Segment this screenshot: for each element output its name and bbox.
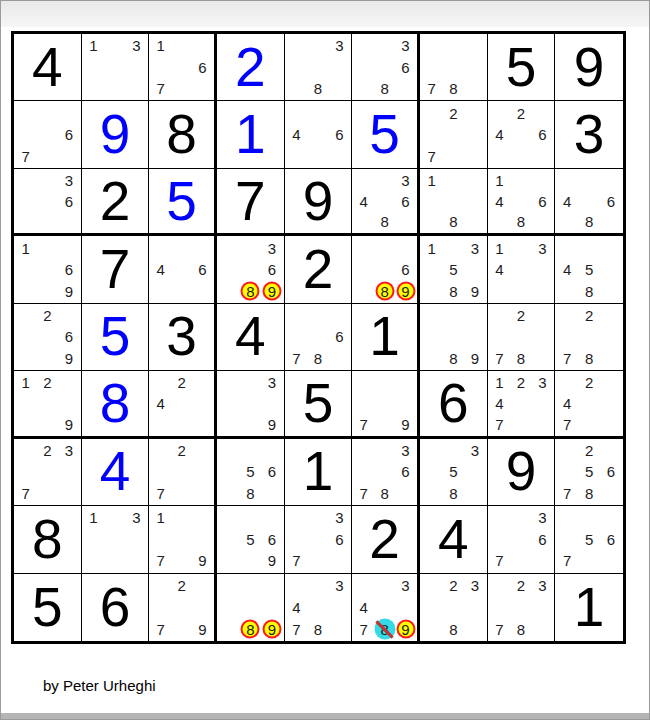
empty-mark-slot xyxy=(443,237,465,258)
cell-r4c6[interactable]: 689 xyxy=(352,236,420,303)
pencil-marks: 167 xyxy=(150,35,213,99)
cell-r9c5[interactable]: 3478 xyxy=(285,574,353,641)
candidate-digit: 6 xyxy=(607,531,615,548)
empty-mark-slot xyxy=(510,124,532,145)
candidate-digit: 8 xyxy=(314,80,322,97)
candidate-4: 4 xyxy=(489,259,511,280)
empty-mark-slot xyxy=(192,393,213,414)
empty-mark-slot xyxy=(600,280,622,301)
candidate-3: 3 xyxy=(395,170,416,191)
empty-mark-slot xyxy=(15,102,37,123)
candidate-digit: 2 xyxy=(517,577,525,594)
candidate-6: 6 xyxy=(261,259,283,280)
candidate-4: 4 xyxy=(150,259,171,280)
empty-mark-slot xyxy=(421,575,443,597)
candidate-7: 7 xyxy=(286,618,308,640)
empty-mark-slot xyxy=(443,170,465,191)
cell-r4c7[interactable]: 13589 xyxy=(420,236,488,303)
candidate-digit: 4 xyxy=(495,126,503,143)
cell-r6c3[interactable]: 24 xyxy=(149,371,217,438)
candidate-6: 6 xyxy=(329,124,351,145)
empty-mark-slot xyxy=(421,305,443,326)
empty-mark-slot xyxy=(171,259,192,280)
empty-mark-slot xyxy=(556,326,578,347)
cell-r6c9[interactable]: 247 xyxy=(555,371,623,438)
empty-mark-slot xyxy=(532,305,554,326)
cell-r3c9[interactable]: 468 xyxy=(555,169,623,236)
cell-r9c3[interactable]: 279 xyxy=(149,574,217,641)
pencil-marks: 3468 xyxy=(353,170,416,232)
empty-mark-slot xyxy=(286,575,308,597)
cell-r5c3[interactable]: 3 xyxy=(149,304,217,371)
empty-mark-slot xyxy=(374,191,395,212)
candidate-8: 8 xyxy=(443,212,465,233)
cell-r5c2[interactable]: 5 xyxy=(82,304,150,371)
empty-mark-slot xyxy=(353,259,374,280)
given-digit: 1 xyxy=(574,580,605,635)
empty-mark-slot xyxy=(192,78,213,99)
candidate-8: 8 xyxy=(510,212,532,233)
empty-mark-slot xyxy=(556,237,578,258)
cell-r1c4[interactable]: 2 xyxy=(217,34,285,101)
candidate-digit: 4 xyxy=(495,261,503,278)
bottom-chrome-bar xyxy=(1,713,649,719)
empty-mark-slot xyxy=(83,550,105,571)
cell-r6c4[interactable]: 39 xyxy=(217,371,285,438)
candidate-digit: 4 xyxy=(563,193,571,210)
candidate-7: 7 xyxy=(556,550,578,571)
candidate-7: 7 xyxy=(150,618,171,640)
cell-r1c3[interactable]: 167 xyxy=(149,34,217,101)
candidate-6: 6 xyxy=(600,461,622,482)
empty-mark-slot xyxy=(171,529,192,550)
cell-r2c7[interactable]: 27 xyxy=(420,101,488,168)
empty-mark-slot xyxy=(171,393,192,414)
cell-r2c8[interactable]: 246 xyxy=(488,101,556,168)
candidate-8: 8 xyxy=(240,483,262,504)
candidate-digit: 6 xyxy=(335,126,343,143)
empty-mark-slot xyxy=(600,170,622,191)
candidate-digit: 9 xyxy=(471,283,479,300)
empty-mark-slot xyxy=(464,326,486,347)
empty-mark-slot xyxy=(192,372,213,393)
candidate-digit: 6 xyxy=(335,328,343,345)
candidate-digit: 3 xyxy=(335,37,343,54)
empty-mark-slot xyxy=(353,461,374,482)
candidate-6: 6 xyxy=(192,56,213,77)
candidate-digit: 8 xyxy=(380,283,388,300)
empty-mark-slot xyxy=(353,56,374,77)
candidate-digit: 6 xyxy=(538,126,546,143)
solved-digit: 5 xyxy=(100,309,131,364)
candidate-8: 8 xyxy=(443,280,465,301)
candidate-digit: 4 xyxy=(360,193,368,210)
empty-mark-slot xyxy=(600,440,622,461)
cell-r5c7[interactable]: 89 xyxy=(420,304,488,371)
author-credit: by Peter Urheghi xyxy=(43,677,156,694)
cell-r2c1[interactable]: 67 xyxy=(14,101,82,168)
cell-r3c7[interactable]: 18 xyxy=(420,169,488,236)
empty-mark-slot xyxy=(192,596,213,618)
candidate-6: 6 xyxy=(58,124,80,145)
candidate-digit: 2 xyxy=(43,374,51,391)
cell-r9c6[interactable]: 34789 xyxy=(352,574,420,641)
empty-mark-slot xyxy=(192,529,213,550)
empty-mark-slot xyxy=(510,414,532,435)
empty-mark-slot xyxy=(150,237,171,258)
candidate-digit: 1 xyxy=(428,240,436,257)
candidate-digit: 7 xyxy=(360,621,368,638)
candidate-digit: 1 xyxy=(22,374,30,391)
empty-mark-slot xyxy=(218,483,240,504)
cell-r1c7[interactable]: 78 xyxy=(420,34,488,101)
empty-mark-slot xyxy=(15,305,37,326)
empty-mark-slot xyxy=(578,414,600,435)
cell-r3c5[interactable]: 9 xyxy=(285,169,353,236)
empty-mark-slot xyxy=(443,35,465,56)
empty-mark-slot xyxy=(421,102,443,123)
cell-r5c6[interactable]: 1 xyxy=(352,304,420,371)
candidate-2: 2 xyxy=(578,372,600,393)
empty-mark-slot xyxy=(353,575,374,597)
empty-mark-slot xyxy=(261,575,283,597)
candidate-digit: 9 xyxy=(65,350,73,367)
cell-r7c4[interactable]: 568 xyxy=(217,439,285,506)
cell-r8c6[interactable]: 2 xyxy=(352,506,420,573)
candidate-digit: 3 xyxy=(65,442,73,459)
candidate-digit: 8 xyxy=(246,485,254,502)
empty-mark-slot xyxy=(532,414,554,435)
candidate-5: 5 xyxy=(578,461,600,482)
candidate-7: 7 xyxy=(421,145,443,166)
candidate-7: 7 xyxy=(556,483,578,504)
candidate-7: 7 xyxy=(353,618,374,640)
empty-mark-slot xyxy=(218,461,240,482)
pencil-marks: 279 xyxy=(150,575,213,640)
cell-r2c3[interactable]: 8 xyxy=(149,101,217,168)
cell-r1c1[interactable]: 4 xyxy=(14,34,82,101)
candidate-digit: 1 xyxy=(89,37,97,54)
cell-r5c4[interactable]: 4 xyxy=(217,304,285,371)
candidate-digit: 7 xyxy=(22,148,30,165)
candidate-digit: 9 xyxy=(268,416,276,433)
candidate-6: 6 xyxy=(329,529,351,550)
empty-mark-slot xyxy=(556,212,578,233)
empty-mark-slot xyxy=(240,550,262,571)
cell-r7c2[interactable]: 4 xyxy=(82,439,150,506)
empty-mark-slot xyxy=(58,393,80,414)
empty-mark-slot xyxy=(261,393,283,414)
candidate-8: 8 xyxy=(578,280,600,301)
cell-r2c9[interactable]: 3 xyxy=(555,101,623,168)
empty-mark-slot xyxy=(464,596,486,618)
empty-mark-slot xyxy=(510,393,532,414)
candidate-digit: 9 xyxy=(401,416,409,433)
candidate-digit: 2 xyxy=(177,374,185,391)
cell-r9c2[interactable]: 6 xyxy=(82,574,150,641)
empty-mark-slot xyxy=(171,414,192,435)
candidate-digit: 7 xyxy=(495,350,503,367)
empty-mark-slot xyxy=(421,212,443,233)
candidate-8: 8 xyxy=(443,483,465,504)
candidate-digit: 3 xyxy=(335,509,343,526)
empty-mark-slot xyxy=(443,145,465,166)
empty-mark-slot xyxy=(261,596,283,618)
candidate-digit: 8 xyxy=(517,213,525,230)
empty-mark-slot xyxy=(329,550,351,571)
empty-mark-slot xyxy=(104,78,126,99)
candidate-digit: 6 xyxy=(268,531,276,548)
candidate-digit: 7 xyxy=(563,350,571,367)
empty-mark-slot xyxy=(464,35,486,56)
candidate-digit: 2 xyxy=(585,374,593,391)
cell-r5c5[interactable]: 678 xyxy=(285,304,353,371)
cell-r8c9[interactable]: 567 xyxy=(555,506,623,573)
pencil-marks: 12347 xyxy=(489,372,554,434)
empty-mark-slot xyxy=(421,35,443,56)
candidate-9: 9 xyxy=(192,550,213,571)
empty-mark-slot xyxy=(532,212,554,233)
empty-mark-slot xyxy=(510,596,532,618)
empty-mark-slot xyxy=(556,529,578,550)
pencil-marks: 237 xyxy=(15,440,80,504)
empty-mark-slot xyxy=(37,145,59,166)
empty-mark-slot xyxy=(37,237,59,258)
empty-mark-slot xyxy=(307,575,329,597)
candidate-7: 7 xyxy=(150,550,171,571)
empty-mark-slot xyxy=(15,440,37,461)
candidate-6: 6 xyxy=(395,191,416,212)
empty-mark-slot xyxy=(150,280,171,301)
pencil-marks: 89 xyxy=(421,305,486,369)
pencil-marks: 2378 xyxy=(489,575,554,640)
empty-mark-slot xyxy=(218,550,240,571)
empty-mark-slot xyxy=(578,191,600,212)
candidate-7: 7 xyxy=(353,414,374,435)
candidate-9: 9 xyxy=(261,550,283,571)
cell-r3c3[interactable]: 5 xyxy=(149,169,217,236)
cell-r7c7[interactable]: 358 xyxy=(420,439,488,506)
cell-r4c2[interactable]: 7 xyxy=(82,236,150,303)
cell-r8c1[interactable]: 8 xyxy=(14,506,82,573)
empty-mark-slot xyxy=(171,596,192,618)
empty-mark-slot xyxy=(37,393,59,414)
cell-r6c7[interactable]: 6 xyxy=(420,371,488,438)
candidate-2: 2 xyxy=(443,102,465,123)
cell-r6c1[interactable]: 129 xyxy=(14,371,82,438)
candidate-4: 4 xyxy=(556,191,578,212)
candidate-digit: 7 xyxy=(157,552,165,569)
cell-r2c2[interactable]: 9 xyxy=(82,101,150,168)
candidate-5: 5 xyxy=(578,259,600,280)
empty-mark-slot xyxy=(192,414,213,435)
empty-mark-slot xyxy=(15,170,37,191)
candidate-2: 2 xyxy=(510,575,532,597)
empty-mark-slot xyxy=(286,102,308,123)
cell-r5c1[interactable]: 269 xyxy=(14,304,82,371)
candidate-digit: 4 xyxy=(292,126,300,143)
empty-mark-slot xyxy=(104,529,126,550)
cell-r2c6[interactable]: 5 xyxy=(352,101,420,168)
empty-mark-slot xyxy=(421,348,443,369)
cell-r9c1[interactable]: 5 xyxy=(14,574,82,641)
candidate-digit: 2 xyxy=(43,307,51,324)
empty-mark-slot xyxy=(353,237,374,258)
candidate-8: 8 xyxy=(443,618,465,640)
cell-r2c5[interactable]: 46 xyxy=(285,101,353,168)
candidate-digit: 6 xyxy=(401,59,409,76)
empty-mark-slot xyxy=(37,212,59,233)
cell-r4c9[interactable]: 458 xyxy=(555,236,623,303)
cell-r4c3[interactable]: 46 xyxy=(149,236,217,303)
empty-mark-slot xyxy=(578,507,600,528)
empty-mark-slot xyxy=(600,414,622,435)
given-digit: 2 xyxy=(369,512,400,567)
pencil-marks: 46 xyxy=(286,102,351,166)
pencil-marks: 179 xyxy=(150,507,213,571)
empty-mark-slot xyxy=(464,124,486,145)
candidate-digit: 7 xyxy=(495,552,503,569)
cell-r5c9[interactable]: 278 xyxy=(555,304,623,371)
top-chrome-bar xyxy=(1,1,649,27)
candidate-digit: 1 xyxy=(495,172,503,189)
empty-mark-slot xyxy=(171,461,192,482)
cell-r8c4[interactable]: 569 xyxy=(217,506,285,573)
empty-mark-slot xyxy=(443,596,465,618)
cell-r7c8[interactable]: 9 xyxy=(488,439,556,506)
candidate-digit: 8 xyxy=(517,350,525,367)
cell-r3c4[interactable]: 7 xyxy=(217,169,285,236)
cell-r6c6[interactable]: 79 xyxy=(352,371,420,438)
cell-r1c5[interactable]: 38 xyxy=(285,34,353,101)
cell-r7c6[interactable]: 3678 xyxy=(352,439,420,506)
cell-r4c8[interactable]: 134 xyxy=(488,236,556,303)
cell-r1c6[interactable]: 368 xyxy=(352,34,420,101)
cell-r2c4[interactable]: 1 xyxy=(217,101,285,168)
cell-r9c8[interactable]: 2378 xyxy=(488,574,556,641)
candidate-3: 3 xyxy=(532,507,554,528)
empty-mark-slot xyxy=(286,326,308,347)
cell-r8c5[interactable]: 367 xyxy=(285,506,353,573)
cell-r8c8[interactable]: 367 xyxy=(488,506,556,573)
cell-r9c4[interactable]: 89 xyxy=(217,574,285,641)
candidate-digit: 5 xyxy=(246,531,254,548)
solved-digit: 9 xyxy=(100,107,131,162)
empty-mark-slot xyxy=(58,461,80,482)
cell-r7c9[interactable]: 25678 xyxy=(555,439,623,506)
candidate-digit: 6 xyxy=(401,193,409,210)
cell-r4c1[interactable]: 169 xyxy=(14,236,82,303)
given-digit: 5 xyxy=(303,376,334,431)
empty-mark-slot xyxy=(600,237,622,258)
candidate-9: 9 xyxy=(58,414,80,435)
given-digit: 7 xyxy=(100,242,131,297)
cell-r1c2[interactable]: 13 xyxy=(82,34,150,101)
candidate-4: 4 xyxy=(556,393,578,414)
empty-mark-slot xyxy=(307,596,329,618)
candidate-digit: 6 xyxy=(65,126,73,143)
empty-mark-slot xyxy=(532,145,554,166)
candidate-digit: 8 xyxy=(449,213,457,230)
empty-mark-slot xyxy=(464,212,486,233)
empty-mark-slot xyxy=(286,507,308,528)
empty-mark-slot xyxy=(192,35,213,56)
empty-mark-slot xyxy=(489,529,511,550)
empty-mark-slot xyxy=(374,35,395,56)
empty-mark-slot xyxy=(600,212,622,233)
empty-mark-slot xyxy=(510,259,532,280)
candidate-digit: 1 xyxy=(495,374,503,391)
cell-r7c1[interactable]: 237 xyxy=(14,439,82,506)
cell-r8c3[interactable]: 179 xyxy=(149,506,217,573)
cell-r6c2[interactable]: 8 xyxy=(82,371,150,438)
cell-r6c5[interactable]: 5 xyxy=(285,371,353,438)
pencil-marks: 3678 xyxy=(353,440,416,504)
cell-r8c2[interactable]: 13 xyxy=(82,506,150,573)
empty-mark-slot xyxy=(329,618,351,640)
cell-r4c5[interactable]: 2 xyxy=(285,236,353,303)
candidate-digit: 7 xyxy=(563,552,571,569)
candidate-digit: 7 xyxy=(495,621,503,638)
empty-mark-slot xyxy=(600,550,622,571)
empty-mark-slot xyxy=(532,170,554,191)
candidate-1: 1 xyxy=(83,507,105,528)
cell-r3c6[interactable]: 3468 xyxy=(352,169,420,236)
empty-mark-slot xyxy=(600,348,622,369)
cell-r5c8[interactable]: 278 xyxy=(488,304,556,371)
empty-mark-slot xyxy=(15,124,37,145)
candidate-1: 1 xyxy=(489,372,511,393)
cell-r7c3[interactable]: 27 xyxy=(149,439,217,506)
cell-r3c1[interactable]: 36 xyxy=(14,169,82,236)
candidate-digit: 6 xyxy=(538,531,546,548)
empty-mark-slot xyxy=(58,237,80,258)
candidate-digit: 1 xyxy=(89,509,97,526)
candidate-5: 5 xyxy=(240,461,262,482)
empty-mark-slot xyxy=(37,102,59,123)
empty-mark-slot xyxy=(421,280,443,301)
empty-mark-slot xyxy=(126,78,148,99)
empty-mark-slot xyxy=(510,507,532,528)
cell-r1c8[interactable]: 5 xyxy=(488,34,556,101)
candidate-3: 3 xyxy=(261,237,283,258)
candidate-6: 6 xyxy=(600,191,622,212)
pencil-marks: 13 xyxy=(83,507,148,571)
cell-r6c8[interactable]: 12347 xyxy=(488,371,556,438)
candidate-digit: 3 xyxy=(335,577,343,594)
cell-r4c4[interactable]: 3689 xyxy=(217,236,285,303)
pencil-marks: 247 xyxy=(556,372,622,434)
empty-mark-slot xyxy=(171,507,192,528)
cell-r1c9[interactable]: 9 xyxy=(555,34,623,101)
cell-r3c2[interactable]: 2 xyxy=(82,169,150,236)
cell-r9c9[interactable]: 1 xyxy=(555,574,623,641)
candidate-3: 3 xyxy=(58,440,80,461)
candidate-digit: 3 xyxy=(401,577,409,594)
candidate-digit: 7 xyxy=(157,80,165,97)
empty-mark-slot xyxy=(15,212,37,233)
candidate-digit: 3 xyxy=(538,509,546,526)
cell-r8c7[interactable]: 4 xyxy=(420,506,488,573)
empty-mark-slot xyxy=(374,56,395,77)
pencil-marks: 678 xyxy=(286,305,351,369)
cell-r7c5[interactable]: 1 xyxy=(285,439,353,506)
cell-r3c8[interactable]: 1468 xyxy=(488,169,556,236)
cell-r9c7[interactable]: 238 xyxy=(420,574,488,641)
candidate-digit: 3 xyxy=(65,172,73,189)
empty-mark-slot xyxy=(240,372,262,393)
empty-mark-slot xyxy=(58,305,80,326)
